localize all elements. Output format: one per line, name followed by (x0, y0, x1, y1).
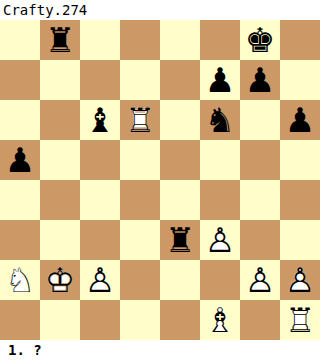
square-h2[interactable]: ♟♙ (280, 260, 320, 300)
square-g4[interactable] (240, 180, 280, 220)
black-pawn-piece: ♟ (240, 60, 280, 100)
black-bishop-piece: ♝ (80, 100, 120, 140)
square-e2[interactable] (160, 260, 200, 300)
square-e8[interactable] (160, 20, 200, 60)
square-h6[interactable]: ♟ (280, 100, 320, 140)
square-f7[interactable]: ♟ (200, 60, 240, 100)
square-d1[interactable] (120, 300, 160, 340)
xboard-window: Crafty.274 ♜♚♟♟♝♜♖♞♟♟♜♟♙♞♘♚♔♟♙♟♙♟♙♝♗♜♖ 1… (0, 0, 320, 360)
square-b3[interactable] (40, 220, 80, 260)
square-h4[interactable] (280, 180, 320, 220)
piece-glyph-outline: ♘ (5, 260, 35, 300)
square-c7[interactable] (80, 60, 120, 100)
piece-glyph-outline: ♙ (205, 220, 235, 260)
engine-title: Crafty.274 (0, 0, 320, 20)
square-d6[interactable]: ♜♖ (120, 100, 160, 140)
black-pawn-piece: ♟ (200, 60, 240, 100)
white-rook-piece: ♜♖ (120, 100, 160, 140)
piece-glyph-fill: ♟ (285, 100, 315, 140)
piece-glyph-fill: ♜ (45, 20, 75, 60)
square-d4[interactable] (120, 180, 160, 220)
black-pawn-piece: ♟ (0, 140, 40, 180)
piece-glyph-fill: ♞ (205, 100, 235, 140)
square-a4[interactable] (0, 180, 40, 220)
square-e5[interactable] (160, 140, 200, 180)
square-d7[interactable] (120, 60, 160, 100)
piece-glyph-outline: ♙ (245, 260, 275, 300)
piece-glyph-outline: ♙ (285, 260, 315, 300)
square-c1[interactable] (80, 300, 120, 340)
square-c3[interactable] (80, 220, 120, 260)
square-h1[interactable]: ♜♖ (280, 300, 320, 340)
square-f1[interactable]: ♝♗ (200, 300, 240, 340)
white-pawn-piece: ♟♙ (280, 260, 320, 300)
square-a7[interactable] (0, 60, 40, 100)
square-d8[interactable] (120, 20, 160, 60)
square-e7[interactable] (160, 60, 200, 100)
square-f5[interactable] (200, 140, 240, 180)
piece-glyph-fill: ♚ (245, 20, 275, 60)
square-g6[interactable] (240, 100, 280, 140)
piece-glyph-outline: ♗ (205, 300, 235, 340)
square-f3[interactable]: ♟♙ (200, 220, 240, 260)
white-knight-piece: ♞♘ (0, 260, 40, 300)
square-g5[interactable] (240, 140, 280, 180)
white-pawn-piece: ♟♙ (80, 260, 120, 300)
square-c2[interactable]: ♟♙ (80, 260, 120, 300)
square-h3[interactable] (280, 220, 320, 260)
piece-glyph-outline: ♖ (125, 100, 155, 140)
square-g8[interactable]: ♚ (240, 20, 280, 60)
piece-glyph-fill: ♟ (5, 140, 35, 180)
piece-glyph-fill: ♟ (205, 60, 235, 100)
move-prompt: 1. ? (0, 340, 320, 360)
square-d2[interactable] (120, 260, 160, 300)
square-b2[interactable]: ♚♔ (40, 260, 80, 300)
square-a6[interactable] (0, 100, 40, 140)
square-e4[interactable] (160, 180, 200, 220)
square-c5[interactable] (80, 140, 120, 180)
square-b6[interactable] (40, 100, 80, 140)
square-b8[interactable]: ♜ (40, 20, 80, 60)
square-a1[interactable] (0, 300, 40, 340)
square-f6[interactable]: ♞ (200, 100, 240, 140)
square-b4[interactable] (40, 180, 80, 220)
square-c6[interactable]: ♝ (80, 100, 120, 140)
piece-glyph-fill: ♜ (165, 220, 195, 260)
square-a5[interactable]: ♟ (0, 140, 40, 180)
square-b1[interactable] (40, 300, 80, 340)
piece-glyph-fill: ♝ (85, 100, 115, 140)
square-g3[interactable] (240, 220, 280, 260)
white-pawn-piece: ♟♙ (200, 220, 240, 260)
square-b5[interactable] (40, 140, 80, 180)
square-e1[interactable] (160, 300, 200, 340)
piece-glyph-outline: ♔ (45, 260, 75, 300)
black-knight-piece: ♞ (200, 100, 240, 140)
white-pawn-piece: ♟♙ (240, 260, 280, 300)
square-g7[interactable]: ♟ (240, 60, 280, 100)
square-a2[interactable]: ♞♘ (0, 260, 40, 300)
square-c8[interactable] (80, 20, 120, 60)
piece-glyph-outline: ♖ (285, 300, 315, 340)
square-a8[interactable] (0, 20, 40, 60)
white-king-piece: ♚♔ (40, 260, 80, 300)
square-b7[interactable] (40, 60, 80, 100)
black-rook-piece: ♜ (40, 20, 80, 60)
square-h5[interactable] (280, 140, 320, 180)
square-f2[interactable] (200, 260, 240, 300)
piece-glyph-outline: ♙ (85, 260, 115, 300)
white-rook-piece: ♜♖ (280, 300, 320, 340)
chess-board: ♜♚♟♟♝♜♖♞♟♟♜♟♙♞♘♚♔♟♙♟♙♟♙♝♗♜♖ (0, 20, 320, 340)
black-pawn-piece: ♟ (280, 100, 320, 140)
black-king-piece: ♚ (240, 20, 280, 60)
square-f4[interactable] (200, 180, 240, 220)
square-c4[interactable] (80, 180, 120, 220)
square-d5[interactable] (120, 140, 160, 180)
square-e3[interactable]: ♜ (160, 220, 200, 260)
square-e6[interactable] (160, 100, 200, 140)
piece-glyph-fill: ♟ (245, 60, 275, 100)
square-g1[interactable] (240, 300, 280, 340)
white-bishop-piece: ♝♗ (200, 300, 240, 340)
square-h8[interactable] (280, 20, 320, 60)
square-h7[interactable] (280, 60, 320, 100)
square-f8[interactable] (200, 20, 240, 60)
black-rook-piece: ♜ (160, 220, 200, 260)
square-d3[interactable] (120, 220, 160, 260)
square-g2[interactable]: ♟♙ (240, 260, 280, 300)
square-a3[interactable] (0, 220, 40, 260)
